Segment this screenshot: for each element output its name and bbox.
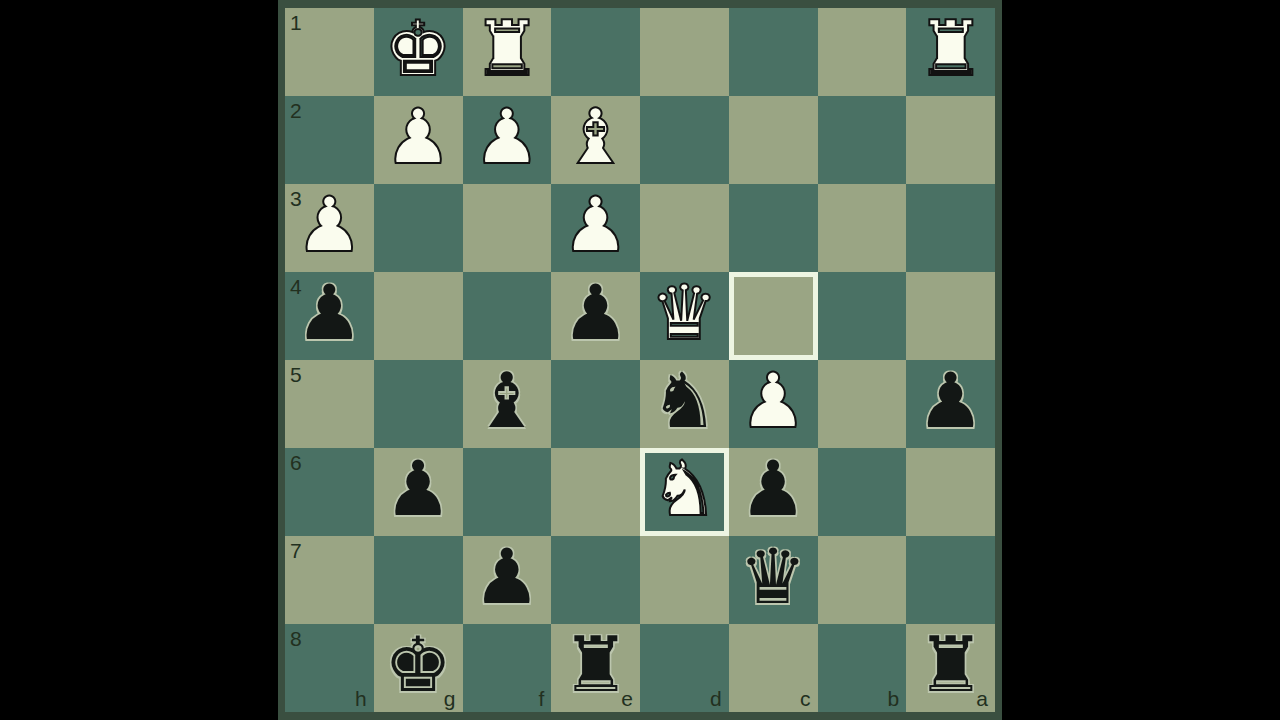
square-d2[interactable] [640, 96, 729, 184]
black-pawn[interactable]: ♟ [562, 272, 630, 357]
square-b2[interactable] [818, 96, 907, 184]
square-c7[interactable]: ♛ [729, 536, 818, 624]
white-pawn[interactable]: ♟ [739, 360, 807, 445]
square-h7[interactable]: 7 [285, 536, 374, 624]
rank-label: 7 [290, 540, 302, 561]
file-label: c [800, 688, 811, 709]
square-b1[interactable] [818, 8, 907, 96]
square-h2[interactable]: 2 [285, 96, 374, 184]
square-g1[interactable]: ♚ [374, 8, 463, 96]
white-pawn[interactable]: ♟ [384, 96, 452, 181]
square-c1[interactable] [729, 8, 818, 96]
square-g7[interactable] [374, 536, 463, 624]
square-c3[interactable] [729, 184, 818, 272]
square-e4[interactable]: ♟ [551, 272, 640, 360]
black-rook[interactable]: ♜ [917, 624, 985, 709]
board-frame: 1♚♜♜2♟♟♝3♟♟4♟♟♛5♝♞♟♟6♟♞♟7♟♛8hg♚fe♜dcba♜ [278, 0, 1002, 720]
square-g4[interactable] [374, 272, 463, 360]
file-label: b [888, 688, 900, 709]
square-e6[interactable] [551, 448, 640, 536]
square-h1[interactable]: 1 [285, 8, 374, 96]
black-pawn[interactable]: ♟ [295, 272, 363, 357]
square-g3[interactable] [374, 184, 463, 272]
square-b4[interactable] [818, 272, 907, 360]
square-a2[interactable] [906, 96, 995, 184]
black-pawn[interactable]: ♟ [917, 360, 985, 445]
white-king[interactable]: ♚ [384, 8, 452, 93]
square-c8[interactable]: c [729, 624, 818, 712]
white-queen[interactable]: ♛ [650, 272, 718, 357]
square-d7[interactable] [640, 536, 729, 624]
black-knight[interactable]: ♞ [650, 360, 718, 445]
square-g6[interactable]: ♟ [374, 448, 463, 536]
square-e5[interactable] [551, 360, 640, 448]
square-b7[interactable] [818, 536, 907, 624]
square-a8[interactable]: a♜ [906, 624, 995, 712]
square-a7[interactable] [906, 536, 995, 624]
square-f7[interactable]: ♟ [463, 536, 552, 624]
white-knight[interactable]: ♞ [650, 448, 718, 533]
square-d4[interactable]: ♛ [640, 272, 729, 360]
square-d6[interactable]: ♞ [640, 448, 729, 536]
left-letterbox-bar [0, 0, 278, 720]
rank-label: 1 [290, 12, 302, 33]
square-d8[interactable]: d [640, 624, 729, 712]
black-pawn[interactable]: ♟ [473, 536, 541, 621]
file-label: d [710, 688, 722, 709]
square-a1[interactable]: ♜ [906, 8, 995, 96]
square-b5[interactable] [818, 360, 907, 448]
square-f2[interactable]: ♟ [463, 96, 552, 184]
rank-label: 8 [290, 628, 302, 649]
square-h8[interactable]: 8h [285, 624, 374, 712]
square-c4[interactable] [729, 272, 818, 360]
white-rook[interactable]: ♜ [917, 8, 985, 93]
square-f6[interactable] [463, 448, 552, 536]
square-c6[interactable]: ♟ [729, 448, 818, 536]
square-e2[interactable]: ♝ [551, 96, 640, 184]
right-letterbox-bar [1002, 0, 1280, 720]
square-b3[interactable] [818, 184, 907, 272]
square-g2[interactable]: ♟ [374, 96, 463, 184]
square-a5[interactable]: ♟ [906, 360, 995, 448]
square-f8[interactable]: f [463, 624, 552, 712]
square-b8[interactable]: b [818, 624, 907, 712]
white-rook[interactable]: ♜ [473, 8, 541, 93]
white-bishop[interactable]: ♝ [562, 96, 630, 181]
file-label: f [538, 688, 544, 709]
square-h3[interactable]: 3♟ [285, 184, 374, 272]
file-label: h [355, 688, 367, 709]
square-c5[interactable]: ♟ [729, 360, 818, 448]
white-pawn[interactable]: ♟ [473, 96, 541, 181]
black-bishop[interactable]: ♝ [473, 360, 541, 445]
black-king[interactable]: ♚ [384, 624, 452, 709]
square-f1[interactable]: ♜ [463, 8, 552, 96]
black-rook[interactable]: ♜ [562, 624, 630, 709]
square-g8[interactable]: g♚ [374, 624, 463, 712]
square-e3[interactable]: ♟ [551, 184, 640, 272]
square-e1[interactable] [551, 8, 640, 96]
square-g5[interactable] [374, 360, 463, 448]
square-f5[interactable]: ♝ [463, 360, 552, 448]
square-d3[interactable] [640, 184, 729, 272]
square-d1[interactable] [640, 8, 729, 96]
square-d5[interactable]: ♞ [640, 360, 729, 448]
black-pawn[interactable]: ♟ [739, 448, 807, 533]
white-pawn[interactable]: ♟ [295, 184, 363, 269]
square-e8[interactable]: e♜ [551, 624, 640, 712]
square-f3[interactable] [463, 184, 552, 272]
square-f4[interactable] [463, 272, 552, 360]
rank-label: 5 [290, 364, 302, 385]
square-a6[interactable] [906, 448, 995, 536]
rank-label: 2 [290, 100, 302, 121]
square-h5[interactable]: 5 [285, 360, 374, 448]
square-h4[interactable]: 4♟ [285, 272, 374, 360]
square-a3[interactable] [906, 184, 995, 272]
square-b6[interactable] [818, 448, 907, 536]
video-frame: 1♚♜♜2♟♟♝3♟♟4♟♟♛5♝♞♟♟6♟♞♟7♟♛8hg♚fe♜dcba♜ [0, 0, 1280, 720]
square-e7[interactable] [551, 536, 640, 624]
chess-board: 1♚♜♜2♟♟♝3♟♟4♟♟♛5♝♞♟♟6♟♞♟7♟♛8hg♚fe♜dcba♜ [285, 8, 995, 712]
square-h6[interactable]: 6 [285, 448, 374, 536]
square-c2[interactable] [729, 96, 818, 184]
white-pawn[interactable]: ♟ [562, 184, 630, 269]
black-pawn[interactable]: ♟ [384, 448, 452, 533]
black-queen[interactable]: ♛ [739, 536, 807, 621]
square-a4[interactable] [906, 272, 995, 360]
rank-label: 6 [290, 452, 302, 473]
